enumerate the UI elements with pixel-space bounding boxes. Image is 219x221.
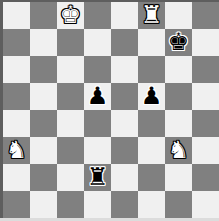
square-g8[interactable]	[165, 2, 192, 29]
square-d7[interactable]	[84, 29, 111, 56]
square-h5[interactable]	[192, 83, 219, 110]
square-e2[interactable]	[111, 164, 138, 191]
square-b4[interactable]	[30, 110, 57, 137]
square-e1[interactable]	[111, 191, 138, 218]
square-h6[interactable]	[192, 56, 219, 83]
square-g6[interactable]	[165, 56, 192, 83]
square-h2[interactable]	[192, 164, 219, 191]
piece-white-rook[interactable]: ♜	[141, 2, 163, 29]
piece-white-king[interactable]: ♚	[60, 2, 82, 29]
square-e7[interactable]	[111, 29, 138, 56]
square-g4[interactable]	[165, 110, 192, 137]
square-f8[interactable]: ♜	[138, 2, 165, 29]
square-h4[interactable]	[192, 110, 219, 137]
square-b1[interactable]	[30, 191, 57, 218]
square-a6[interactable]	[3, 56, 30, 83]
square-b3[interactable]	[30, 137, 57, 164]
square-c5[interactable]	[57, 83, 84, 110]
square-g1[interactable]	[165, 191, 192, 218]
square-d2[interactable]: ♜	[84, 164, 111, 191]
square-b2[interactable]	[30, 164, 57, 191]
square-g3[interactable]: ♞	[165, 137, 192, 164]
square-b6[interactable]	[30, 56, 57, 83]
piece-black-king[interactable]: ♚	[168, 29, 190, 56]
square-e8[interactable]	[111, 2, 138, 29]
board-frame: ♚♜♚♟♟♞♞♜	[0, 0, 219, 218]
square-c4[interactable]	[57, 110, 84, 137]
square-d6[interactable]	[84, 56, 111, 83]
square-c2[interactable]	[57, 164, 84, 191]
square-g2[interactable]	[165, 164, 192, 191]
square-g5[interactable]	[165, 83, 192, 110]
square-e5[interactable]	[111, 83, 138, 110]
square-d1[interactable]	[84, 191, 111, 218]
square-h8[interactable]	[192, 2, 219, 29]
square-d5[interactable]: ♟	[84, 83, 111, 110]
square-f1[interactable]	[138, 191, 165, 218]
square-a8[interactable]	[3, 2, 30, 29]
chess-board: ♚♜♚♟♟♞♞♜	[3, 2, 219, 218]
square-f2[interactable]	[138, 164, 165, 191]
square-f5[interactable]: ♟	[138, 83, 165, 110]
square-h7[interactable]	[192, 29, 219, 56]
square-a5[interactable]	[3, 83, 30, 110]
square-d3[interactable]	[84, 137, 111, 164]
square-c3[interactable]	[57, 137, 84, 164]
square-a2[interactable]	[3, 164, 30, 191]
square-c1[interactable]	[57, 191, 84, 218]
square-e3[interactable]	[111, 137, 138, 164]
piece-white-knight[interactable]: ♞	[168, 137, 190, 164]
square-a3[interactable]: ♞	[3, 137, 30, 164]
square-d8[interactable]	[84, 2, 111, 29]
square-e6[interactable]	[111, 56, 138, 83]
square-b5[interactable]	[30, 83, 57, 110]
square-a7[interactable]	[3, 29, 30, 56]
square-a1[interactable]	[3, 191, 30, 218]
square-c7[interactable]	[57, 29, 84, 56]
square-h3[interactable]	[192, 137, 219, 164]
square-a4[interactable]	[3, 110, 30, 137]
square-g7[interactable]: ♚	[165, 29, 192, 56]
chess-app-window: ♚♜♚♟♟♞♞♜	[0, 0, 219, 221]
square-f4[interactable]	[138, 110, 165, 137]
square-c8[interactable]: ♚	[57, 2, 84, 29]
square-f3[interactable]	[138, 137, 165, 164]
square-d4[interactable]	[84, 110, 111, 137]
piece-black-pawn[interactable]: ♟	[87, 83, 109, 110]
piece-white-knight[interactable]: ♞	[6, 137, 28, 164]
square-h1[interactable]	[192, 191, 219, 218]
square-e4[interactable]	[111, 110, 138, 137]
square-b8[interactable]	[30, 2, 57, 29]
square-b7[interactable]	[30, 29, 57, 56]
piece-black-pawn[interactable]: ♟	[141, 83, 163, 110]
square-f7[interactable]	[138, 29, 165, 56]
square-f6[interactable]	[138, 56, 165, 83]
square-c6[interactable]	[57, 56, 84, 83]
piece-black-rook[interactable]: ♜	[87, 164, 109, 191]
